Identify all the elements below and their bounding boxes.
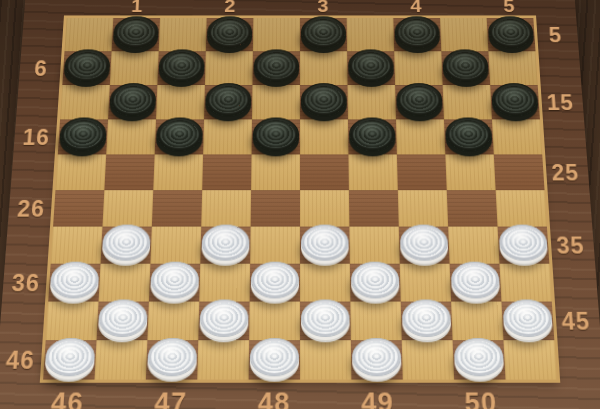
- light-square: [448, 227, 499, 264]
- square-15[interactable]: [490, 85, 540, 119]
- square-48[interactable]: [249, 340, 300, 379]
- draughts-board: [43, 18, 557, 379]
- light-square: [94, 340, 147, 379]
- white-piece-38[interactable]: [251, 261, 299, 298]
- light-square: [197, 340, 249, 379]
- square-23[interactable]: [300, 154, 349, 190]
- white-piece-50[interactable]: [454, 338, 505, 376]
- light-square: [488, 51, 537, 85]
- black-piece-15[interactable]: [491, 83, 539, 116]
- square-11[interactable]: [108, 85, 157, 119]
- light-square: [348, 85, 396, 119]
- square-26[interactable]: [53, 190, 104, 226]
- square-46[interactable]: [43, 340, 96, 379]
- light-square: [51, 227, 103, 264]
- black-piece-14[interactable]: [396, 83, 443, 116]
- light-square: [492, 119, 542, 154]
- white-piece-43[interactable]: [301, 299, 350, 337]
- square-47[interactable]: [146, 340, 198, 379]
- white-piece-45[interactable]: [502, 299, 553, 337]
- coord-bottom-50: 50: [464, 385, 498, 409]
- black-piece-11[interactable]: [109, 83, 156, 116]
- light-square: [250, 227, 300, 264]
- square-22[interactable]: [202, 154, 251, 190]
- light-square: [451, 302, 503, 341]
- light-square: [503, 340, 556, 379]
- light-square: [349, 227, 399, 264]
- black-piece-19[interactable]: [349, 117, 396, 151]
- board-frame: 146652471615348262544936355504645: [0, 0, 600, 409]
- light-square: [400, 264, 451, 302]
- light-square: [60, 85, 110, 119]
- coord-top-4: 4: [410, 0, 423, 16]
- square-43[interactable]: [300, 302, 351, 341]
- square-36[interactable]: [48, 264, 100, 302]
- light-square: [253, 18, 300, 51]
- light-square: [201, 190, 251, 226]
- light-square: [64, 18, 113, 51]
- black-piece-10[interactable]: [442, 49, 489, 82]
- white-piece-31[interactable]: [102, 224, 151, 260]
- square-9[interactable]: [347, 51, 395, 85]
- light-square: [499, 264, 551, 302]
- black-piece-5[interactable]: [488, 16, 535, 48]
- black-piece-6[interactable]: [63, 49, 110, 82]
- light-square: [394, 51, 442, 85]
- white-piece-34[interactable]: [400, 224, 449, 260]
- black-piece-8[interactable]: [253, 49, 299, 82]
- light-square: [106, 119, 156, 154]
- square-33[interactable]: [300, 227, 350, 264]
- light-square: [496, 190, 547, 226]
- square-40[interactable]: [450, 264, 502, 302]
- square-25[interactable]: [494, 154, 545, 190]
- black-piece-3[interactable]: [301, 16, 346, 48]
- table-surface: 146652471615348262544936355504645: [0, 0, 600, 409]
- coord-right-45: 45: [561, 307, 592, 335]
- coord-top-3: 3: [317, 0, 329, 16]
- square-13[interactable]: [300, 85, 348, 119]
- square-14[interactable]: [395, 85, 444, 119]
- square-50[interactable]: [453, 340, 506, 379]
- light-square: [443, 85, 492, 119]
- perspective-wrapper: 146652471615348262544936355504645: [0, 0, 600, 409]
- light-square: [159, 18, 207, 51]
- white-piece-49[interactable]: [352, 338, 402, 376]
- square-1[interactable]: [112, 18, 160, 51]
- square-7[interactable]: [157, 51, 205, 85]
- square-4[interactable]: [393, 18, 441, 51]
- square-31[interactable]: [101, 227, 152, 264]
- coord-top-2: 2: [224, 0, 236, 16]
- square-44[interactable]: [401, 302, 453, 341]
- coord-left-26: 26: [16, 195, 46, 222]
- light-square: [350, 302, 401, 341]
- coord-bottom-48: 48: [258, 385, 291, 409]
- coord-right-15: 15: [546, 90, 575, 115]
- coord-left-6: 6: [34, 56, 49, 81]
- light-square: [199, 264, 250, 302]
- square-37[interactable]: [149, 264, 200, 302]
- white-piece-44[interactable]: [402, 299, 452, 337]
- light-square: [55, 154, 106, 190]
- square-35[interactable]: [498, 227, 550, 264]
- white-piece-35[interactable]: [498, 224, 548, 260]
- square-32[interactable]: [200, 227, 250, 264]
- light-square: [445, 154, 495, 190]
- white-piece-39[interactable]: [351, 261, 400, 298]
- white-piece-40[interactable]: [451, 261, 501, 298]
- coord-right-25: 25: [551, 159, 580, 185]
- square-3[interactable]: [300, 18, 347, 51]
- coord-left-36: 36: [11, 269, 41, 297]
- square-41[interactable]: [97, 302, 149, 341]
- coord-top-1: 1: [131, 0, 144, 16]
- black-piece-9[interactable]: [348, 49, 394, 82]
- white-piece-41[interactable]: [98, 299, 148, 337]
- black-piece-4[interactable]: [394, 16, 440, 48]
- square-5[interactable]: [487, 18, 536, 51]
- black-piece-13[interactable]: [301, 83, 347, 116]
- coord-right-35: 35: [556, 232, 586, 259]
- square-6[interactable]: [62, 51, 111, 85]
- light-square: [348, 154, 397, 190]
- square-39[interactable]: [350, 264, 401, 302]
- coord-bottom-46: 46: [50, 385, 85, 409]
- square-49[interactable]: [351, 340, 403, 379]
- black-piece-2[interactable]: [207, 16, 253, 48]
- light-square: [205, 51, 253, 85]
- square-20[interactable]: [444, 119, 494, 154]
- light-square: [300, 340, 351, 379]
- white-piece-37[interactable]: [150, 261, 199, 298]
- light-square: [300, 264, 350, 302]
- square-10[interactable]: [441, 51, 490, 85]
- square-19[interactable]: [348, 119, 397, 154]
- light-square: [440, 18, 488, 51]
- light-square: [153, 154, 203, 190]
- square-38[interactable]: [250, 264, 300, 302]
- light-square: [396, 119, 445, 154]
- light-square: [102, 190, 153, 226]
- white-piece-42[interactable]: [199, 299, 248, 337]
- light-square: [300, 119, 348, 154]
- light-square: [300, 51, 348, 85]
- black-piece-1[interactable]: [113, 16, 159, 48]
- light-square: [251, 154, 300, 190]
- square-2[interactable]: [206, 18, 254, 51]
- white-piece-33[interactable]: [301, 224, 349, 260]
- light-square: [402, 340, 454, 379]
- coord-right-5: 5: [548, 23, 563, 47]
- square-29[interactable]: [349, 190, 399, 226]
- square-16[interactable]: [58, 119, 108, 154]
- square-27[interactable]: [152, 190, 202, 226]
- square-24[interactable]: [397, 154, 447, 190]
- black-piece-18[interactable]: [253, 117, 299, 151]
- black-piece-12[interactable]: [205, 83, 251, 116]
- light-square: [252, 85, 300, 119]
- square-34[interactable]: [399, 227, 450, 264]
- black-piece-20[interactable]: [445, 117, 493, 151]
- white-piece-48[interactable]: [250, 338, 299, 376]
- square-42[interactable]: [198, 302, 249, 341]
- coord-bottom-49: 49: [361, 385, 394, 409]
- square-18[interactable]: [252, 119, 300, 154]
- black-piece-17[interactable]: [156, 117, 203, 151]
- white-piece-36[interactable]: [49, 261, 99, 298]
- light-square: [150, 227, 201, 264]
- white-piece-32[interactable]: [201, 224, 249, 260]
- light-square: [147, 302, 199, 341]
- light-square: [300, 190, 349, 226]
- square-45[interactable]: [501, 302, 554, 341]
- white-piece-46[interactable]: [44, 338, 95, 376]
- light-square: [156, 85, 205, 119]
- square-12[interactable]: [204, 85, 252, 119]
- coord-bottom-47: 47: [154, 385, 188, 409]
- coord-top-5: 5: [503, 0, 516, 16]
- black-piece-16[interactable]: [59, 117, 107, 151]
- white-piece-47[interactable]: [147, 338, 197, 376]
- light-square: [46, 302, 99, 341]
- coord-left-46: 46: [5, 345, 36, 374]
- square-30[interactable]: [447, 190, 498, 226]
- square-17[interactable]: [155, 119, 204, 154]
- black-piece-7[interactable]: [158, 49, 204, 82]
- coord-left-16: 16: [22, 124, 51, 150]
- light-square: [347, 18, 395, 51]
- light-square: [398, 190, 448, 226]
- light-square: [99, 264, 151, 302]
- square-8[interactable]: [252, 51, 300, 85]
- light-square: [110, 51, 159, 85]
- square-28[interactable]: [251, 190, 300, 226]
- light-square: [249, 302, 300, 341]
- light-square: [203, 119, 252, 154]
- square-21[interactable]: [104, 154, 154, 190]
